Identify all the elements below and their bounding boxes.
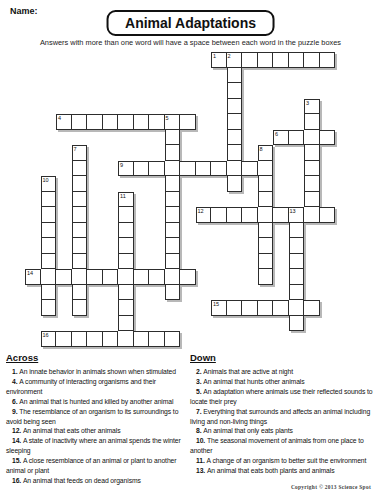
grid-void: [273, 223, 289, 239]
grid-void: [103, 207, 119, 223]
grid-cell-r13c1[interactable]: [41, 254, 57, 270]
grid-cell-r6c13[interactable]: [227, 145, 243, 161]
grid-void: [41, 114, 57, 130]
clue-item-10: 10. The seasonal movement of animals fro…: [190, 436, 378, 456]
grid-void: [134, 300, 150, 316]
grid-void: [25, 316, 41, 332]
grid-cell-r16c16[interactable]: [273, 300, 289, 316]
grid-void: [320, 300, 336, 316]
grid-void: [258, 130, 274, 146]
grid-void: [25, 254, 41, 270]
grid-cell-r10c9[interactable]: [165, 207, 181, 223]
grid-cell-r8c9[interactable]: [165, 176, 181, 192]
grid-cell-r14c0[interactable]: 14: [25, 269, 41, 285]
grid-void: [180, 145, 196, 161]
grid-cell-r14c15[interactable]: [258, 269, 274, 285]
grid-void: [103, 223, 119, 239]
grid-void: [103, 316, 119, 332]
clue-item-number: 14.: [12, 437, 23, 444]
grid-cell-r15c9[interactable]: [165, 285, 181, 301]
down-clues-column: Down 2. Animals that are active at night…: [190, 352, 378, 486]
grid-cell-r14c2[interactable]: [56, 269, 72, 285]
grid-void: [227, 238, 243, 254]
grid-cell-r16c3[interactable]: [72, 300, 88, 316]
grid-void: [87, 83, 103, 99]
grid-cell-r4c5[interactable]: [103, 114, 119, 130]
grid-cell-r11c9[interactable]: [165, 223, 181, 239]
grid-void: [289, 114, 305, 130]
grid-void: [242, 254, 258, 270]
cell-number: 7: [74, 146, 77, 152]
grid-cell-r13c15[interactable]: [258, 254, 274, 270]
clue-item-number: 10.: [196, 437, 207, 444]
grid-cell-r10c17[interactable]: 13: [289, 207, 305, 223]
grid-void: [87, 145, 103, 161]
grid-cell-r5c16[interactable]: 6: [273, 130, 289, 146]
grid-cell-r9c18[interactable]: [304, 192, 320, 208]
grid-void: [149, 192, 165, 208]
grid-cell-r18c7[interactable]: [134, 331, 150, 347]
grid-void: [25, 145, 41, 161]
grid-void: [242, 238, 258, 254]
grid-cell-r8c13[interactable]: [227, 176, 243, 192]
grid-void: [304, 285, 320, 301]
grid-cell-r8c3[interactable]: [72, 176, 88, 192]
grid-void: [72, 99, 88, 115]
grid-cell-r7c11[interactable]: [196, 161, 212, 177]
grid-void: [304, 223, 320, 239]
grid-void: [211, 99, 227, 115]
grid-void: [103, 254, 119, 270]
grid-void: [25, 207, 41, 223]
grid-cell-r5c13[interactable]: [227, 130, 243, 146]
grid-void: [227, 269, 243, 285]
grid-void: [103, 161, 119, 177]
grid-void: [134, 254, 150, 270]
grid-cell-r4c9[interactable]: 5: [165, 114, 181, 130]
grid-void: [41, 145, 57, 161]
grid-cell-r6c15[interactable]: 8: [258, 145, 274, 161]
cell-number: 6: [275, 131, 278, 137]
grid-cell-r0c16[interactable]: [273, 52, 289, 68]
grid-void: [134, 145, 150, 161]
grid-cell-r10c14[interactable]: [242, 207, 258, 223]
grid-void: [273, 316, 289, 332]
grid-void: [87, 300, 103, 316]
grid-void: [320, 316, 336, 332]
grid-cell-r14c10[interactable]: [180, 269, 196, 285]
clue-item-number: 5.: [196, 388, 203, 395]
grid-cell-r6c3[interactable]: 7: [72, 145, 88, 161]
grid-cell-r5c19[interactable]: [320, 130, 336, 146]
grid-cell-r7c8[interactable]: [149, 161, 165, 177]
grid-void: [25, 223, 41, 239]
grid-cell-r9c1[interactable]: [41, 192, 57, 208]
grid-cell-r0c13[interactable]: 2: [227, 52, 243, 68]
grid-cell-r12c17[interactable]: [289, 238, 305, 254]
grid-void: [56, 68, 72, 84]
grid-void: [180, 176, 196, 192]
grid-void: [320, 254, 336, 270]
grid-cell-r15c17[interactable]: [289, 285, 305, 301]
grid-cell-r14c8[interactable]: [149, 269, 165, 285]
grid-cell-r4c10[interactable]: [180, 114, 196, 130]
grid-void: [289, 161, 305, 177]
grid-void: [134, 192, 150, 208]
grid-cell-r4c3[interactable]: [72, 114, 88, 130]
clue-item-4: 4. A community of interacting organisms …: [6, 377, 186, 397]
grid-cell-r14c9[interactable]: [165, 269, 181, 285]
clue-item-6: 6. An animal that is hunted and killed b…: [6, 397, 186, 407]
grid-cell-r4c7[interactable]: [134, 114, 150, 130]
grid-void: [87, 238, 103, 254]
grid-void: [196, 285, 212, 301]
grid-cell-r8c1[interactable]: 10: [41, 176, 57, 192]
grid-cell-r4c18[interactable]: [304, 114, 320, 130]
grid-cell-r0c19[interactable]: [320, 52, 336, 68]
grid-void: [196, 68, 212, 84]
grid-void: [87, 223, 103, 239]
grid-cell-r16c13[interactable]: [227, 300, 243, 316]
grid-void: [118, 52, 134, 68]
grid-cell-r7c7[interactable]: [134, 161, 150, 177]
grid-void: [87, 161, 103, 177]
grid-void: [211, 176, 227, 192]
grid-cell-r4c4[interactable]: [87, 114, 103, 130]
cell-number: 8: [260, 146, 263, 152]
grid-cell-r18c1[interactable]: 16: [41, 331, 57, 347]
clue-item-number: 7.: [196, 408, 203, 415]
grid-cell-r4c6[interactable]: [118, 114, 134, 130]
grid-void: [149, 285, 165, 301]
grid-cell-r15c1[interactable]: [41, 285, 57, 301]
grid-cell-r13c17[interactable]: [289, 254, 305, 270]
grid-void: [196, 223, 212, 239]
grid-void: [196, 83, 212, 99]
clues-section: Across 1. An innate behavior in animals …: [6, 352, 378, 486]
grid-cell-r0c14[interactable]: [242, 52, 258, 68]
grid-void: [149, 207, 165, 223]
grid-cell-r6c9[interactable]: [165, 145, 181, 161]
grid-cell-r14c5[interactable]: [103, 269, 119, 285]
grid-void: [149, 130, 165, 146]
grid-void: [242, 68, 258, 84]
clue-item-number: 12.: [12, 427, 23, 434]
grid-void: [72, 130, 88, 146]
grid-void: [149, 145, 165, 161]
crossword-grid: 12345678910111213141516: [25, 52, 335, 347]
grid-void: [56, 316, 72, 332]
grid-cell-r17c6[interactable]: [118, 316, 134, 332]
grid-void: [211, 83, 227, 99]
grid-cell-r10c12[interactable]: [211, 207, 227, 223]
grid-cell-r18c9[interactable]: [165, 331, 181, 347]
grid-cell-r12c3[interactable]: [72, 238, 88, 254]
grid-cell-r16c18[interactable]: [304, 300, 320, 316]
grid-cell-r16c17[interactable]: [289, 300, 305, 316]
down-header: Down: [190, 352, 378, 363]
grid-cell-r3c13[interactable]: [227, 99, 243, 115]
grid-void: [258, 114, 274, 130]
grid-cell-r4c13[interactable]: [227, 114, 243, 130]
cell-number: 12: [198, 208, 204, 214]
grid-void: [196, 130, 212, 146]
grid-void: [72, 52, 88, 68]
grid-void: [211, 238, 227, 254]
clue-item-number: 16.: [12, 477, 23, 484]
grid-void: [180, 130, 196, 146]
grid-cell-r0c15[interactable]: [258, 52, 274, 68]
grid-cell-r0c18[interactable]: [304, 52, 320, 68]
grid-void: [211, 331, 227, 347]
grid-void: [103, 300, 119, 316]
grid-void: [118, 68, 134, 84]
grid-cell-r10c18[interactable]: [304, 207, 320, 223]
grid-void: [196, 145, 212, 161]
grid-cell-r7c10[interactable]: [180, 161, 196, 177]
grid-void: [242, 114, 258, 130]
cell-number: 16: [43, 332, 49, 338]
grid-cell-r10c16[interactable]: [273, 207, 289, 223]
grid-cell-r10c1[interactable]: [41, 207, 57, 223]
grid-void: [25, 130, 41, 146]
grid-void: [165, 300, 181, 316]
grid-void: [149, 83, 165, 99]
grid-cell-r2c13[interactable]: [227, 83, 243, 99]
grid-void: [149, 238, 165, 254]
grid-cell-r18c2[interactable]: [56, 331, 72, 347]
grid-cell-r18c5[interactable]: [103, 331, 119, 347]
grid-cell-r1c13[interactable]: [227, 68, 243, 84]
grid-cell-r14c1[interactable]: [41, 269, 57, 285]
grid-cell-r11c17[interactable]: [289, 223, 305, 239]
grid-cell-r18c3[interactable]: [72, 331, 88, 347]
grid-cell-r7c12[interactable]: [211, 161, 227, 177]
grid-cell-r7c14[interactable]: [242, 161, 258, 177]
grid-cell-r7c3[interactable]: [72, 161, 88, 177]
cell-number: 2: [228, 53, 231, 59]
grid-cell-r16c12[interactable]: 15: [211, 300, 227, 316]
cell-number: 10: [43, 177, 49, 183]
grid-void: [211, 269, 227, 285]
grid-cell-r12c15[interactable]: [258, 238, 274, 254]
grid-cell-r8c15[interactable]: [258, 176, 274, 192]
grid-void: [103, 83, 119, 99]
grid-void: [304, 68, 320, 84]
clue-item-9: 9. The resemblance of an organism to its…: [6, 407, 186, 427]
grid-cell-r12c1[interactable]: [41, 238, 57, 254]
grid-void: [180, 83, 196, 99]
grid-void: [258, 285, 274, 301]
grid-void: [103, 192, 119, 208]
grid-void: [87, 207, 103, 223]
name-label: Name:: [10, 6, 38, 16]
grid-cell-r15c3[interactable]: [72, 285, 88, 301]
grid-cell-r0c17[interactable]: [289, 52, 305, 68]
clue-item-number: 6.: [12, 398, 19, 405]
grid-cell-r9c3[interactable]: [72, 192, 88, 208]
down-clue-list: 2. Animals that are active at night3. An…: [190, 367, 378, 476]
grid-void: [258, 83, 274, 99]
grid-void: [258, 68, 274, 84]
grid-cell-r5c9[interactable]: [165, 130, 181, 146]
grid-void: [103, 145, 119, 161]
grid-void: [227, 223, 243, 239]
grid-void: [134, 83, 150, 99]
grid-cell-r16c15[interactable]: [258, 300, 274, 316]
grid-void: [118, 130, 134, 146]
grid-void: [289, 145, 305, 161]
instructions-text: Answers with more than one word will hav…: [0, 38, 381, 47]
clue-item-15: 15. A close resemblance of an animal or …: [6, 456, 186, 476]
grid-void: [273, 176, 289, 192]
grid-cell-r7c15[interactable]: [258, 161, 274, 177]
grid-void: [165, 83, 181, 99]
grid-void: [320, 114, 336, 130]
grid-void: [134, 316, 150, 332]
grid-void: [41, 161, 57, 177]
grid-cell-r8c18[interactable]: [304, 176, 320, 192]
grid-void: [242, 176, 258, 192]
grid-void: [304, 254, 320, 270]
grid-cell-r10c6[interactable]: [118, 207, 134, 223]
grid-void: [320, 68, 336, 84]
grid-void: [103, 238, 119, 254]
grid-cell-r10c13[interactable]: [227, 207, 243, 223]
grid-void: [134, 99, 150, 115]
grid-void: [87, 254, 103, 270]
grid-cell-r9c15[interactable]: [258, 192, 274, 208]
grid-void: [180, 68, 196, 84]
clue-item-7: 7. Everything that surrounds and affects…: [190, 407, 378, 427]
grid-cell-r10c11[interactable]: 12: [196, 207, 212, 223]
grid-cell-r7c18[interactable]: [304, 161, 320, 177]
grid-cell-r4c8[interactable]: [149, 114, 165, 130]
grid-cell-r11c1[interactable]: [41, 223, 57, 239]
grid-void: [56, 83, 72, 99]
grid-void: [56, 192, 72, 208]
grid-cell-r10c3[interactable]: [72, 207, 88, 223]
clue-item-16: 16. An animal that feeds on dead organis…: [6, 476, 186, 486]
grid-void: [56, 238, 72, 254]
grid-cell-r5c17[interactable]: [289, 130, 305, 146]
grid-void: [289, 331, 305, 347]
grid-cell-r16c1[interactable]: [41, 300, 57, 316]
grid-void: [149, 52, 165, 68]
grid-void: [149, 300, 165, 316]
grid-void: [149, 254, 165, 270]
grid-void: [103, 68, 119, 84]
across-clues-column: Across 1. An innate behavior in animals …: [6, 352, 190, 486]
grid-cell-r7c13[interactable]: [227, 161, 243, 177]
grid-void: [242, 99, 258, 115]
grid-void: [25, 68, 41, 84]
grid-void: [180, 285, 196, 301]
grid-cell-r10c19[interactable]: [320, 207, 336, 223]
grid-void: [289, 99, 305, 115]
grid-cell-r7c9[interactable]: [165, 161, 181, 177]
grid-void: [103, 52, 119, 68]
grid-cell-r12c9[interactable]: [165, 238, 181, 254]
grid-void: [320, 192, 336, 208]
grid-cell-r9c6[interactable]: 11: [118, 192, 134, 208]
grid-cell-r16c6[interactable]: [118, 300, 134, 316]
grid-cell-r14c7[interactable]: [134, 269, 150, 285]
grid-void: [196, 114, 212, 130]
grid-void: [87, 68, 103, 84]
grid-cell-r15c6[interactable]: [118, 285, 134, 301]
grid-void: [134, 176, 150, 192]
grid-cell-r11c6[interactable]: [118, 223, 134, 239]
grid-void: [211, 192, 227, 208]
clue-item-number: 2.: [196, 368, 203, 375]
grid-cell-r13c6[interactable]: [118, 254, 134, 270]
clue-item-14: 14. A state of inactivity where an anima…: [6, 436, 186, 456]
grid-void: [227, 331, 243, 347]
grid-cell-r12c6[interactable]: [118, 238, 134, 254]
grid-cell-r18c8[interactable]: [149, 331, 165, 347]
grid-void: [134, 207, 150, 223]
grid-void: [273, 145, 289, 161]
grid-cell-r18c4[interactable]: [87, 331, 103, 347]
grid-cell-r11c3[interactable]: [72, 223, 88, 239]
grid-void: [134, 285, 150, 301]
grid-cell-r14c6[interactable]: [118, 269, 134, 285]
grid-cell-r18c6[interactable]: [118, 331, 134, 347]
clue-item-12: 12. An animal that eats other animals: [6, 426, 186, 436]
grid-cell-r6c18[interactable]: [304, 145, 320, 161]
grid-cell-r13c3[interactable]: [72, 254, 88, 270]
grid-void: [165, 316, 181, 332]
grid-cell-r3c18[interactable]: 3: [304, 99, 320, 115]
grid-void: [289, 176, 305, 192]
grid-void: [149, 68, 165, 84]
grid-void: [87, 99, 103, 115]
grid-void: [134, 130, 150, 146]
grid-cell-r10c15[interactable]: [258, 207, 274, 223]
clue-item-number: 11.: [196, 457, 207, 464]
grid-cell-r14c4[interactable]: [87, 269, 103, 285]
grid-void: [304, 316, 320, 332]
title-box: Animal Adaptations: [106, 10, 275, 36]
grid-void: [211, 223, 227, 239]
grid-cell-r17c17[interactable]: [289, 316, 305, 332]
cell-number: 4: [58, 115, 61, 121]
grid-cell-r5c18[interactable]: [304, 130, 320, 146]
grid-void: [320, 331, 336, 347]
grid-void: [134, 238, 150, 254]
grid-cell-r13c9[interactable]: [165, 254, 181, 270]
grid-cell-r16c14[interactable]: [242, 300, 258, 316]
grid-void: [25, 161, 41, 177]
grid-void: [320, 269, 336, 285]
grid-void: [227, 192, 243, 208]
grid-cell-r7c6[interactable]: 9: [118, 161, 134, 177]
grid-cell-r11c15[interactable]: [258, 223, 274, 239]
clue-item-11: 11. A change of an organism to better su…: [190, 456, 378, 466]
grid-void: [211, 285, 227, 301]
grid-cell-r14c3[interactable]: [72, 269, 88, 285]
grid-void: [180, 316, 196, 332]
grid-void: [134, 223, 150, 239]
grid-cell-r0c12[interactable]: 1: [211, 52, 227, 68]
grid-void: [196, 192, 212, 208]
grid-cell-r14c17[interactable]: [289, 269, 305, 285]
grid-void: [273, 269, 289, 285]
grid-void: [180, 331, 196, 347]
grid-cell-r4c2[interactable]: 4: [56, 114, 72, 130]
grid-cell-r9c9[interactable]: [165, 192, 181, 208]
